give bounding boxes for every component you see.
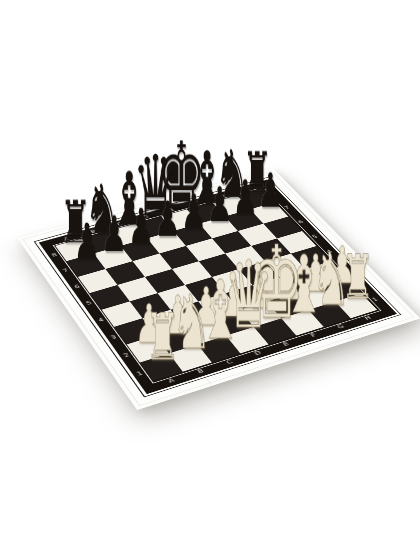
board-scene: ABCDEFGH ABCDEFGH 87654321 87654321 ♜♞♝♛… [0,0,420,560]
roll-up-chessboard-mat: ABCDEFGH ABCDEFGH 87654321 87654321 ♜♞♝♛… [17,168,420,410]
chess-set-product-photo: ABCDEFGH ABCDEFGH 87654321 87654321 ♜♞♝♛… [0,0,420,560]
piece-white-rook: ♜ [124,304,202,369]
